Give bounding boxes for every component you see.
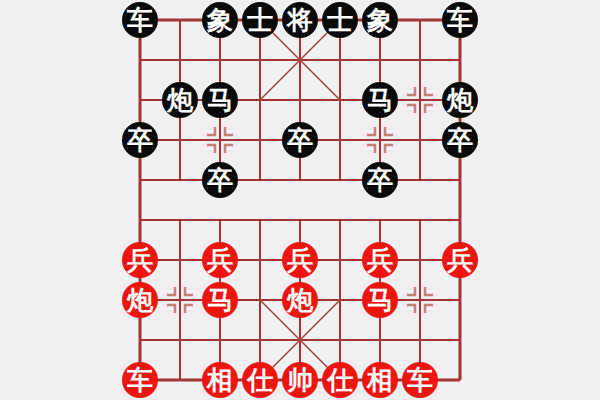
board-point[interactable]: 士 xyxy=(240,0,280,40)
red-elephant[interactable]: 相 xyxy=(362,362,398,398)
board-point[interactable] xyxy=(440,160,480,200)
board-point[interactable] xyxy=(360,120,400,160)
black-advisor[interactable]: 士 xyxy=(242,2,278,38)
board-point[interactable] xyxy=(280,320,320,360)
board-point[interactable] xyxy=(160,160,200,200)
red-cannon[interactable]: 炮 xyxy=(282,282,318,318)
board-point[interactable] xyxy=(240,120,280,160)
black-soldier[interactable]: 卒 xyxy=(442,122,478,158)
red-soldier[interactable]: 兵 xyxy=(282,242,318,278)
board-point[interactable]: 炮 xyxy=(280,280,320,320)
board-point[interactable] xyxy=(400,0,440,40)
board-point[interactable] xyxy=(440,40,480,80)
red-chariot[interactable]: 车 xyxy=(122,362,158,398)
red-chariot[interactable]: 车 xyxy=(402,362,438,398)
board-point[interactable]: 卒 xyxy=(120,120,160,160)
board-point[interactable]: 车 xyxy=(120,360,160,400)
board-point[interactable] xyxy=(280,80,320,120)
board-point[interactable]: 马 xyxy=(200,280,240,320)
board-point[interactable] xyxy=(400,80,440,120)
board-point[interactable]: 车 xyxy=(120,0,160,40)
board-point[interactable]: 仕 xyxy=(320,360,360,400)
board-point[interactable] xyxy=(440,280,480,320)
board-point[interactable] xyxy=(400,160,440,200)
board-point[interactable] xyxy=(160,120,200,160)
board-point[interactable] xyxy=(320,80,360,120)
board-point[interactable] xyxy=(320,160,360,200)
board-point[interactable] xyxy=(240,200,280,240)
board-point[interactable] xyxy=(400,40,440,80)
board-point[interactable] xyxy=(240,160,280,200)
board-point[interactable]: 相 xyxy=(200,360,240,400)
red-soldier[interactable]: 兵 xyxy=(362,242,398,278)
board-point[interactable] xyxy=(120,320,160,360)
board-point[interactable]: 帅 xyxy=(280,360,320,400)
board-point[interactable]: 兵 xyxy=(280,240,320,280)
red-elephant[interactable]: 相 xyxy=(202,362,238,398)
board-point[interactable] xyxy=(360,40,400,80)
board-point[interactable] xyxy=(440,360,480,400)
board-point[interactable]: 车 xyxy=(400,360,440,400)
black-soldier[interactable]: 卒 xyxy=(362,162,398,198)
board-point[interactable]: 马 xyxy=(200,80,240,120)
board-point[interactable] xyxy=(120,80,160,120)
board-point[interactable]: 卒 xyxy=(360,160,400,200)
black-elephant[interactable]: 象 xyxy=(362,2,398,38)
board-grid: 车象士将士象车炮马马炮卒卒卒卒卒兵兵兵兵兵炮马炮马车相仕帅仕相车 xyxy=(120,0,480,400)
board-point[interactable] xyxy=(320,280,360,320)
board-point[interactable]: 将 xyxy=(280,0,320,40)
black-cannon[interactable]: 炮 xyxy=(442,82,478,118)
board-point[interactable] xyxy=(240,280,280,320)
black-horse[interactable]: 马 xyxy=(202,82,238,118)
board-point[interactable] xyxy=(320,40,360,80)
board-point[interactable] xyxy=(280,40,320,80)
xiangqi-board: 车象士将士象车炮马马炮卒卒卒卒卒兵兵兵兵兵炮马炮马车相仕帅仕相车 xyxy=(0,0,600,400)
board-point[interactable] xyxy=(400,200,440,240)
board-point[interactable]: 兵 xyxy=(200,240,240,280)
board-point[interactable] xyxy=(200,40,240,80)
red-soldier[interactable]: 兵 xyxy=(122,242,158,278)
board-point[interactable]: 马 xyxy=(360,80,400,120)
red-soldier[interactable]: 兵 xyxy=(442,242,478,278)
board-point[interactable] xyxy=(240,80,280,120)
board-point[interactable]: 卒 xyxy=(200,160,240,200)
black-cannon[interactable]: 炮 xyxy=(162,82,198,118)
board-point[interactable]: 士 xyxy=(320,0,360,40)
board-point[interactable] xyxy=(320,240,360,280)
board-point[interactable] xyxy=(200,200,240,240)
black-chariot[interactable]: 车 xyxy=(442,2,478,38)
red-cannon[interactable]: 炮 xyxy=(122,282,158,318)
board-point[interactable]: 卒 xyxy=(440,120,480,160)
board-point[interactable] xyxy=(320,200,360,240)
black-general[interactable]: 将 xyxy=(282,2,318,38)
black-soldier[interactable]: 卒 xyxy=(122,122,158,158)
board-point[interactable] xyxy=(280,200,320,240)
black-elephant[interactable]: 象 xyxy=(202,2,238,38)
black-advisor[interactable]: 士 xyxy=(322,2,358,38)
black-soldier[interactable]: 卒 xyxy=(282,122,318,158)
board-point[interactable]: 炮 xyxy=(120,280,160,320)
board-point[interactable] xyxy=(320,120,360,160)
board-point[interactable]: 卒 xyxy=(280,120,320,160)
board-point[interactable] xyxy=(160,320,200,360)
board-point[interactable] xyxy=(240,240,280,280)
board-point[interactable]: 象 xyxy=(200,0,240,40)
board-point[interactable] xyxy=(440,200,480,240)
board-point[interactable] xyxy=(400,240,440,280)
board-point[interactable] xyxy=(440,320,480,360)
board-point[interactable] xyxy=(240,40,280,80)
board-point[interactable] xyxy=(160,40,200,80)
red-advisor[interactable]: 仕 xyxy=(242,362,278,398)
board-point[interactable] xyxy=(160,360,200,400)
board-point[interactable] xyxy=(160,0,200,40)
board-point[interactable]: 兵 xyxy=(120,240,160,280)
board-point[interactable] xyxy=(400,280,440,320)
board-point[interactable]: 象 xyxy=(360,0,400,40)
board-point[interactable] xyxy=(120,40,160,80)
board-point[interactable]: 相 xyxy=(360,360,400,400)
black-soldier[interactable]: 卒 xyxy=(202,162,238,198)
board-point[interactable] xyxy=(200,120,240,160)
board-point[interactable]: 兵 xyxy=(440,240,480,280)
red-advisor[interactable]: 仕 xyxy=(322,362,358,398)
board-point[interactable]: 兵 xyxy=(360,240,400,280)
board-point[interactable] xyxy=(120,200,160,240)
board-point[interactable] xyxy=(160,280,200,320)
black-chariot[interactable]: 车 xyxy=(122,2,158,38)
board-point[interactable] xyxy=(360,200,400,240)
board-point[interactable]: 炮 xyxy=(160,80,200,120)
board-point[interactable] xyxy=(160,200,200,240)
board-point[interactable]: 车 xyxy=(440,0,480,40)
board-point[interactable] xyxy=(280,160,320,200)
board-point[interactable] xyxy=(240,320,280,360)
black-horse[interactable]: 马 xyxy=(362,82,398,118)
board-point[interactable] xyxy=(400,320,440,360)
red-general[interactable]: 帅 xyxy=(282,362,318,398)
red-soldier[interactable]: 兵 xyxy=(202,242,238,278)
board-point[interactable] xyxy=(320,320,360,360)
board-point[interactable] xyxy=(160,240,200,280)
board-point[interactable] xyxy=(200,320,240,360)
board-point[interactable] xyxy=(120,160,160,200)
board-point[interactable]: 仕 xyxy=(240,360,280,400)
red-horse[interactable]: 马 xyxy=(202,282,238,318)
red-horse[interactable]: 马 xyxy=(362,282,398,318)
board-point[interactable]: 炮 xyxy=(440,80,480,120)
board-point[interactable] xyxy=(400,120,440,160)
board-point[interactable]: 马 xyxy=(360,280,400,320)
board-point[interactable] xyxy=(360,320,400,360)
